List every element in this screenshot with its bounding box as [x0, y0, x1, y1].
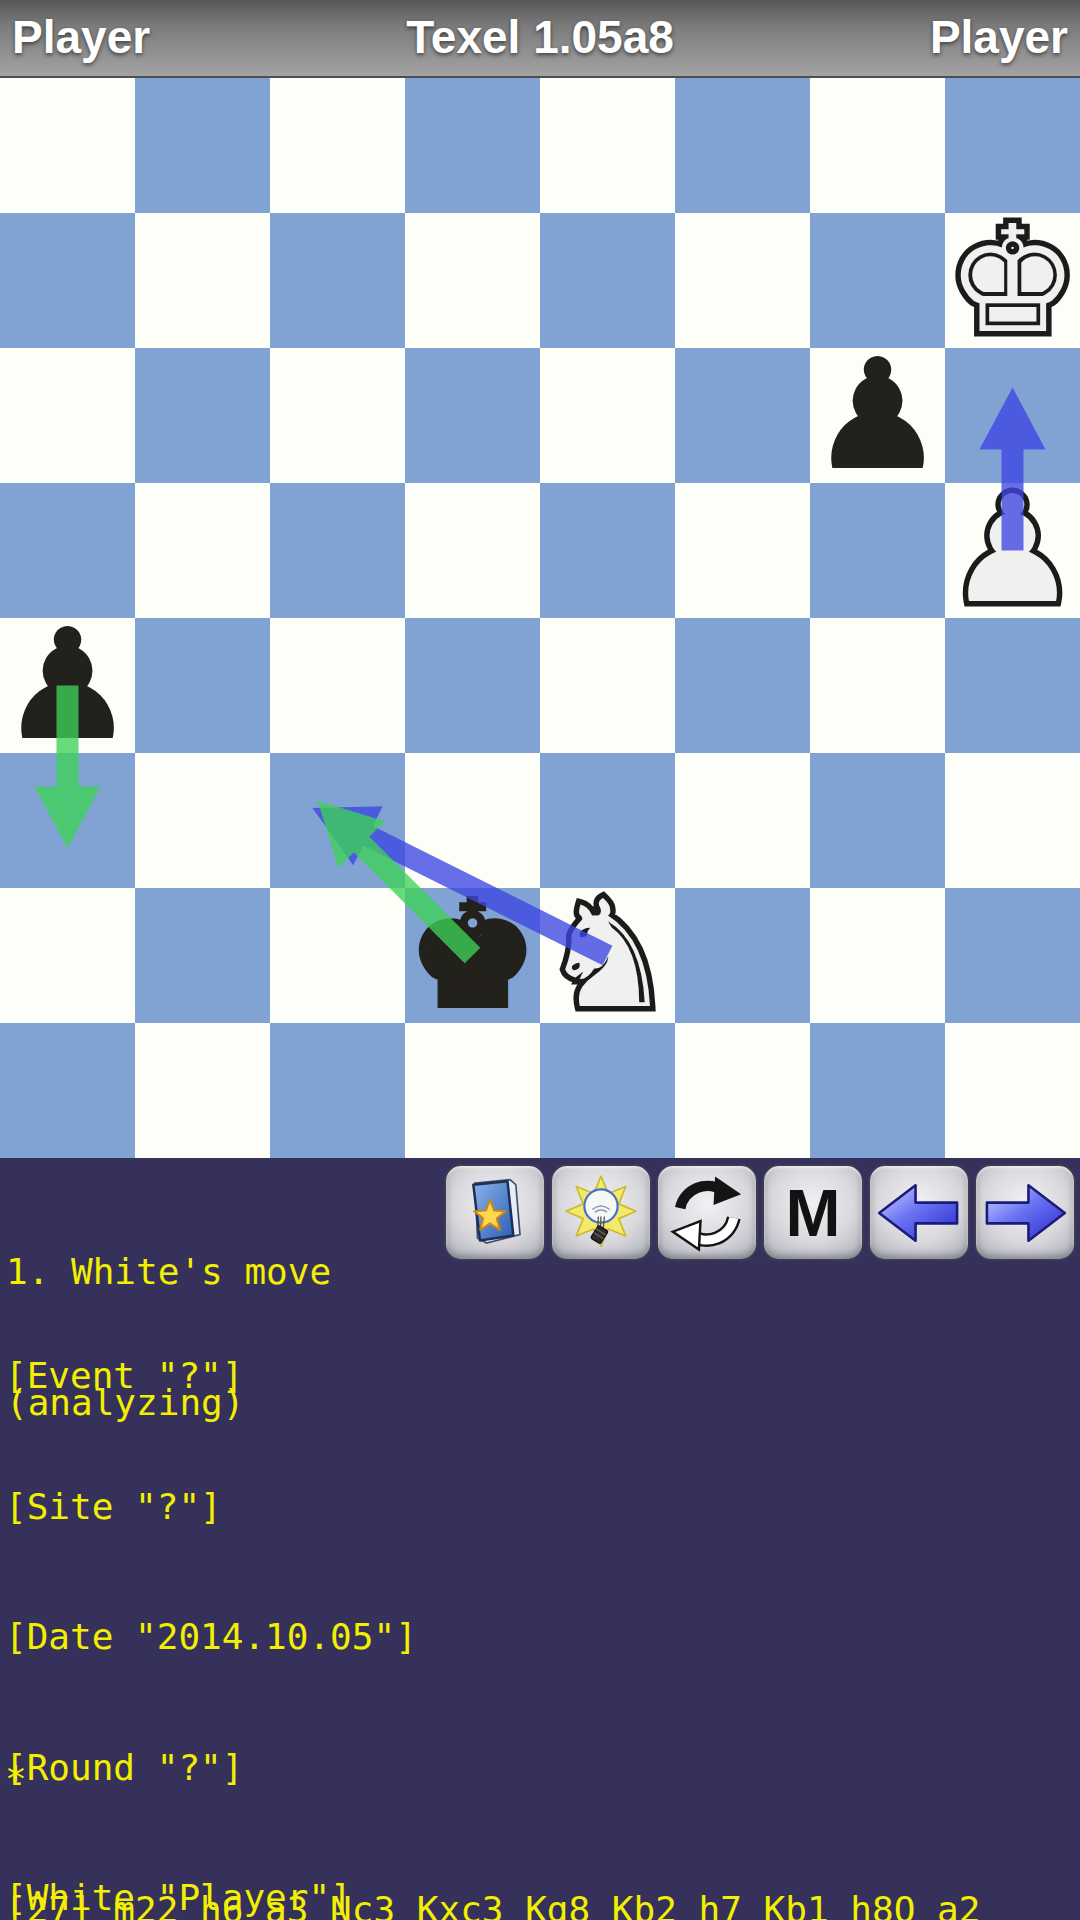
- square-g8[interactable]: [810, 78, 945, 213]
- square-b2[interactable]: [135, 888, 270, 1023]
- square-e3[interactable]: [540, 753, 675, 888]
- black-player-name: Player: [930, 10, 1068, 64]
- square-c2[interactable]: [270, 888, 405, 1023]
- piece-black-pawn-g6[interactable]: ♟♟: [810, 348, 945, 483]
- square-c4[interactable]: [270, 618, 405, 753]
- square-b6[interactable]: [135, 348, 270, 483]
- piece-white-pawn-h5[interactable]: ♟♟: [945, 483, 1080, 618]
- square-f1[interactable]: [675, 1023, 810, 1158]
- refresh-analysis-button[interactable]: [656, 1164, 758, 1261]
- game-result-marker: *: [5, 1757, 1067, 1801]
- square-e4[interactable]: [540, 618, 675, 753]
- square-a1[interactable]: [0, 1023, 135, 1158]
- square-d4[interactable]: [405, 618, 540, 753]
- pgn-date-tag: [Date "2014.10.05"]: [5, 1615, 894, 1659]
- square-g1[interactable]: [810, 1023, 945, 1158]
- square-f8[interactable]: [675, 78, 810, 213]
- square-f3[interactable]: [675, 753, 810, 888]
- square-e8[interactable]: [540, 78, 675, 213]
- app-title: Texel 1.05a8: [406, 10, 674, 64]
- square-h3[interactable]: [945, 753, 1080, 888]
- square-a6[interactable]: [0, 348, 135, 483]
- chess-board: ♚♚♟♟♟♟♟♟♚♚♞♞: [0, 78, 1080, 1158]
- square-a2[interactable]: [0, 888, 135, 1023]
- square-d7[interactable]: [405, 213, 540, 348]
- square-b8[interactable]: [135, 78, 270, 213]
- square-d3[interactable]: [405, 753, 540, 888]
- white-player-name: Player: [12, 10, 150, 64]
- square-h4[interactable]: [945, 618, 1080, 753]
- square-a8[interactable]: [0, 78, 135, 213]
- square-c7[interactable]: [270, 213, 405, 348]
- square-h8[interactable]: [945, 78, 1080, 213]
- square-c8[interactable]: [270, 78, 405, 213]
- square-c3[interactable]: [270, 753, 405, 888]
- square-d6[interactable]: [405, 348, 540, 483]
- analysis-output-block: * [27] m22 h6 a3 Nc3 Kxc3 Kg8 Kb2 h7 Kb1…: [5, 1670, 1067, 1920]
- square-h1[interactable]: [945, 1023, 1080, 1158]
- square-g7[interactable]: [810, 213, 945, 348]
- square-b3[interactable]: [135, 753, 270, 888]
- square-f5[interactable]: [675, 483, 810, 618]
- piece-white-knight-e2[interactable]: ♞♞: [540, 888, 675, 1023]
- square-e7[interactable]: [540, 213, 675, 348]
- texel-chess-app: Player Texel 1.05a8 Player ♚♚♟♟♟♟♟♟♚♚♞♞ …: [0, 0, 1080, 1920]
- square-d5[interactable]: [405, 483, 540, 618]
- square-e5[interactable]: [540, 483, 675, 618]
- arrow-right-icon: [980, 1176, 1070, 1250]
- square-f4[interactable]: [675, 618, 810, 753]
- toolbar: M: [444, 1164, 1076, 1261]
- piece-black-pawn-a4[interactable]: ♟♟: [0, 618, 135, 753]
- square-h2[interactable]: [945, 888, 1080, 1023]
- square-g3[interactable]: [810, 753, 945, 888]
- previous-move-button[interactable]: [868, 1164, 970, 1261]
- square-f7[interactable]: [675, 213, 810, 348]
- square-a7[interactable]: [0, 213, 135, 348]
- book-star-icon: [455, 1173, 535, 1253]
- square-g5[interactable]: [810, 483, 945, 618]
- title-bar: Player Texel 1.05a8 Player: [0, 0, 1080, 78]
- m-label: M: [786, 1175, 841, 1251]
- square-c5[interactable]: [270, 483, 405, 618]
- pgn-site-tag: [Site "?"]: [5, 1485, 894, 1529]
- piece-black-king-d2[interactable]: ♚♚: [405, 888, 540, 1023]
- square-b7[interactable]: [135, 213, 270, 348]
- hint-button[interactable]: [550, 1164, 652, 1261]
- square-g4[interactable]: [810, 618, 945, 753]
- open-game-button[interactable]: [444, 1164, 546, 1261]
- analysis-pv-line-1: [27] m22 h6 a3 Nc3 Kxc3 Kg8 Kb2 h7 Kb1 h…: [5, 1888, 1067, 1920]
- square-c6[interactable]: [270, 348, 405, 483]
- piece-white-king-h7[interactable]: ♚♚: [945, 213, 1080, 348]
- square-f6[interactable]: [675, 348, 810, 483]
- square-d8[interactable]: [405, 78, 540, 213]
- next-move-button[interactable]: [974, 1164, 1076, 1261]
- square-b4[interactable]: [135, 618, 270, 753]
- move-mode-button[interactable]: M: [762, 1164, 864, 1261]
- square-f2[interactable]: [675, 888, 810, 1023]
- arrow-left-icon: [874, 1176, 964, 1250]
- lightbulb-icon: [559, 1171, 643, 1255]
- square-d1[interactable]: [405, 1023, 540, 1158]
- square-e6[interactable]: [540, 348, 675, 483]
- square-c1[interactable]: [270, 1023, 405, 1158]
- square-b1[interactable]: [135, 1023, 270, 1158]
- square-e1[interactable]: [540, 1023, 675, 1158]
- square-a5[interactable]: [0, 483, 135, 618]
- pgn-event-tag: [Event "?"]: [5, 1354, 894, 1398]
- square-b5[interactable]: [135, 483, 270, 618]
- square-g2[interactable]: [810, 888, 945, 1023]
- square-h6[interactable]: [945, 348, 1080, 483]
- refresh-icon: [668, 1174, 746, 1252]
- square-a3[interactable]: [0, 753, 135, 888]
